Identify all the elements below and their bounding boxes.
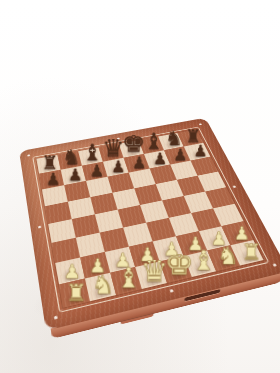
hinge-foot-notch [120,313,153,325]
frame-dot [54,316,58,320]
square-e3 [146,218,176,242]
chess-board: ♜♞♝♛♚♝♞♜♟♟♟♟♟♟♟♟♟♟♟♟♟♟♟♟♜♞♝♛♚♝♞♜ [19,118,280,331]
latch-slot [184,289,221,301]
frame-dot [199,123,202,125]
square-d3 [123,223,153,247]
board-grid: ♜♞♝♛♚♝♞♜♟♟♟♟♟♟♟♟♟♟♟♟♟♟♟♟♜♞♝♛♚♝♞♜ [36,130,263,308]
right-edge-notch [269,240,280,265]
frame-dot [272,263,276,266]
product-photo: ♜♞♝♛♚♝♞♜♟♟♟♟♟♟♟♟♟♟♟♟♟♟♟♟♜♞♝♛♚♝♞♜ [0,0,280,373]
scene: ♜♞♝♛♚♝♞♜♟♟♟♟♟♟♟♟♟♟♟♟♟♟♟♟♜♞♝♛♚♝♞♜ [0,0,280,373]
frame-dot [117,138,120,140]
square-d2: ♟ [129,242,160,268]
frame-dot [38,226,42,229]
square-f3 [169,213,199,236]
frame-dot [169,289,173,293]
piece-white-knight: ♞ [90,272,117,299]
square-b4 [72,214,100,237]
frame-dot [232,185,236,188]
frame-dot [27,154,30,156]
